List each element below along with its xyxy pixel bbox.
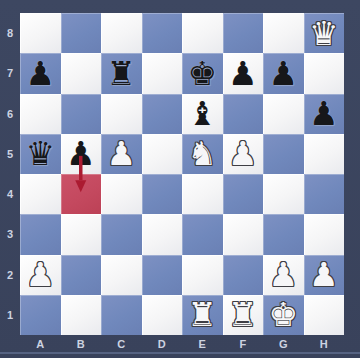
rank-label-7: 7 [0,53,20,93]
piece-black-pawn-f7[interactable]: ♟ [228,57,258,90]
square-a4[interactable] [20,174,61,214]
square-a6[interactable] [20,94,61,134]
rank-label-4: 4 [0,174,20,214]
square-a5[interactable]: ♛ [20,134,61,174]
rank-label-1: 1 [0,295,20,335]
piece-black-bishop-e6[interactable]: ♝ [187,97,217,130]
square-h7[interactable] [304,53,345,93]
piece-white-pawn-a2[interactable]: ♟ [25,258,55,291]
square-g4[interactable] [263,174,304,214]
file-label-c: C [101,335,142,353]
square-d8[interactable] [142,13,183,53]
piece-white-rook-e1[interactable]: ♜ [187,298,217,331]
square-c3[interactable] [101,214,142,254]
rank-label-3: 3 [0,214,20,254]
square-h3[interactable] [304,214,345,254]
square-f8[interactable] [223,13,264,53]
square-d3[interactable] [142,214,183,254]
square-h5[interactable] [304,134,345,174]
square-a1[interactable] [20,295,61,335]
square-g8[interactable] [263,13,304,53]
square-b8[interactable] [61,13,102,53]
file-label-a: A [20,335,61,353]
piece-black-pawn-a7[interactable]: ♟ [25,57,55,90]
square-e4[interactable] [182,174,223,214]
file-label-e: E [182,335,223,353]
square-g3[interactable] [263,214,304,254]
square-h8[interactable]: ♛ [304,13,345,53]
square-e1[interactable]: ♜ [182,295,223,335]
square-c7[interactable]: ♜ [101,53,142,93]
square-a8[interactable] [20,13,61,53]
square-b5[interactable]: ♟ [61,134,102,174]
square-c2[interactable] [101,255,142,295]
square-g2[interactable]: ♟ [263,255,304,295]
square-c5[interactable]: ♟ [101,134,142,174]
square-a3[interactable] [20,214,61,254]
piece-black-queen-a5[interactable]: ♛ [25,137,55,170]
square-b1[interactable] [61,295,102,335]
piece-white-pawn-h2[interactable]: ♟ [309,258,339,291]
square-c1[interactable] [101,295,142,335]
piece-white-rook-f1[interactable]: ♜ [228,298,258,331]
square-f6[interactable] [223,94,264,134]
piece-black-pawn-b5[interactable]: ♟ [66,137,96,170]
rank-label-2: 2 [0,255,20,295]
piece-black-rook-c7[interactable]: ♜ [106,57,136,90]
chess-board-frame: 87654321 ♛♟♜♚♟♟♝♟♛♟♟♞♟♟♟♟♜♜♚ ABCDEFGH [0,0,360,358]
square-g6[interactable] [263,94,304,134]
square-e3[interactable] [182,214,223,254]
piece-black-pawn-h6[interactable]: ♟ [309,97,339,130]
square-g1[interactable]: ♚ [263,295,304,335]
piece-white-knight-e5[interactable]: ♞ [187,137,217,170]
square-e5[interactable]: ♞ [182,134,223,174]
file-label-f: F [223,335,264,353]
square-d4[interactable] [142,174,183,214]
square-f5[interactable]: ♟ [223,134,264,174]
piece-black-king-e7[interactable]: ♚ [187,57,217,90]
square-f4[interactable] [223,174,264,214]
file-label-b: B [61,335,102,353]
square-f3[interactable] [223,214,264,254]
rank-label-6: 6 [0,94,20,134]
square-g7[interactable]: ♟ [263,53,304,93]
file-labels: ABCDEFGH [20,335,344,353]
square-b2[interactable] [61,255,102,295]
piece-white-king-g1[interactable]: ♚ [268,298,298,331]
square-f7[interactable]: ♟ [223,53,264,93]
square-f1[interactable]: ♜ [223,295,264,335]
frame-bottom-highlight [0,352,360,354]
square-b4[interactable] [61,174,102,214]
file-label-h: H [304,335,345,353]
square-b6[interactable] [61,94,102,134]
square-b3[interactable] [61,214,102,254]
square-e2[interactable] [182,255,223,295]
square-h6[interactable]: ♟ [304,94,345,134]
square-c6[interactable] [101,94,142,134]
square-f2[interactable] [223,255,264,295]
square-h4[interactable] [304,174,345,214]
chess-board: ♛♟♜♚♟♟♝♟♛♟♟♞♟♟♟♟♜♜♚ [20,13,344,335]
square-b7[interactable] [61,53,102,93]
square-e8[interactable] [182,13,223,53]
square-d1[interactable] [142,295,183,335]
square-d5[interactable] [142,134,183,174]
square-a2[interactable]: ♟ [20,255,61,295]
piece-black-pawn-g7[interactable]: ♟ [268,57,298,90]
piece-white-pawn-g2[interactable]: ♟ [268,258,298,291]
square-e7[interactable]: ♚ [182,53,223,93]
file-label-g: G [263,335,304,353]
square-c8[interactable] [101,13,142,53]
piece-white-pawn-f5[interactable]: ♟ [228,137,258,170]
piece-white-pawn-c5[interactable]: ♟ [106,137,136,170]
square-e6[interactable]: ♝ [182,94,223,134]
square-h2[interactable]: ♟ [304,255,345,295]
file-label-d: D [142,335,183,353]
square-a7[interactable]: ♟ [20,53,61,93]
square-d2[interactable] [142,255,183,295]
rank-label-5: 5 [0,134,20,174]
rank-labels: 87654321 [0,13,20,335]
square-c4[interactable] [101,174,142,214]
square-h1[interactable] [304,295,345,335]
square-g5[interactable] [263,134,304,174]
piece-white-queen-h8[interactable]: ♛ [309,17,339,50]
square-d7[interactable] [142,53,183,93]
rank-label-8: 8 [0,13,20,53]
square-d6[interactable] [142,94,183,134]
